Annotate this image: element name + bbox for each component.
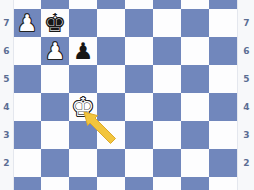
square-e2[interactable] xyxy=(125,149,153,177)
rank-label-left-4: 4 xyxy=(0,93,13,121)
square-e7[interactable] xyxy=(125,9,153,37)
white-king[interactable]: ♚ xyxy=(71,94,94,120)
square-g8[interactable] xyxy=(181,0,209,9)
rank-label-left-6: 6 xyxy=(0,37,13,65)
white-pawn[interactable]: ♟ xyxy=(17,12,38,35)
square-b1[interactable] xyxy=(41,177,69,190)
square-e8[interactable] xyxy=(125,0,153,9)
square-c7[interactable] xyxy=(69,9,97,37)
rank-label-right-6: 6 xyxy=(238,37,254,65)
square-h6[interactable] xyxy=(209,37,237,65)
square-g6[interactable] xyxy=(181,37,209,65)
square-a4[interactable] xyxy=(13,93,41,121)
square-e5[interactable] xyxy=(125,65,153,93)
square-f1[interactable] xyxy=(153,177,181,190)
square-b2[interactable] xyxy=(41,149,69,177)
rank-labels-right-margin: 765432 xyxy=(237,0,254,190)
square-e6[interactable] xyxy=(125,37,153,65)
rank-label-right-5: 5 xyxy=(238,65,254,93)
square-d2[interactable] xyxy=(97,149,125,177)
square-f3[interactable] xyxy=(153,121,181,149)
square-f6[interactable] xyxy=(153,37,181,65)
rank-label-left-3: 3 xyxy=(0,121,13,149)
square-c3[interactable] xyxy=(69,121,97,149)
rank-label-left-7: 7 xyxy=(0,9,13,37)
square-h7[interactable] xyxy=(209,9,237,37)
square-e3[interactable] xyxy=(125,121,153,149)
square-a5[interactable] xyxy=(13,65,41,93)
rank-label-right-3: 3 xyxy=(238,121,254,149)
square-h4[interactable] xyxy=(209,93,237,121)
square-c2[interactable] xyxy=(69,149,97,177)
square-h2[interactable] xyxy=(209,149,237,177)
square-g3[interactable] xyxy=(181,121,209,149)
square-f8[interactable] xyxy=(153,0,181,9)
square-a1[interactable] xyxy=(13,177,41,190)
square-g5[interactable] xyxy=(181,65,209,93)
square-d7[interactable] xyxy=(97,9,125,37)
square-d4[interactable] xyxy=(97,93,125,121)
square-c4[interactable]: ♚ xyxy=(69,93,97,121)
square-c6[interactable]: ♟ xyxy=(69,37,97,65)
square-a2[interactable] xyxy=(13,149,41,177)
rank-label-right-7: 7 xyxy=(238,9,254,37)
black-king[interactable]: ♚ xyxy=(43,10,66,36)
square-c8[interactable] xyxy=(69,0,97,9)
chess-diagram: ♟♚♟♟♚ 765432 765432 xyxy=(0,0,254,190)
square-f2[interactable] xyxy=(153,149,181,177)
square-f4[interactable] xyxy=(153,93,181,121)
square-d8[interactable] xyxy=(97,0,125,9)
square-d3[interactable] xyxy=(97,121,125,149)
black-pawn[interactable]: ♟ xyxy=(73,40,94,63)
square-b5[interactable] xyxy=(41,65,69,93)
rank-label-right-2: 2 xyxy=(238,149,254,177)
board: ♟♚♟♟♚ xyxy=(13,0,237,190)
square-d6[interactable] xyxy=(97,37,125,65)
square-g4[interactable] xyxy=(181,93,209,121)
square-e1[interactable] xyxy=(125,177,153,190)
square-e4[interactable] xyxy=(125,93,153,121)
square-f7[interactable] xyxy=(153,9,181,37)
square-d5[interactable] xyxy=(97,65,125,93)
square-g7[interactable] xyxy=(181,9,209,37)
square-d1[interactable] xyxy=(97,177,125,190)
square-h3[interactable] xyxy=(209,121,237,149)
square-b3[interactable] xyxy=(41,121,69,149)
rank-label-left-2: 2 xyxy=(0,149,13,177)
square-h8[interactable] xyxy=(209,0,237,9)
rank-labels-left-margin: 765432 xyxy=(0,0,14,190)
square-g1[interactable] xyxy=(181,177,209,190)
square-a6[interactable] xyxy=(13,37,41,65)
square-b4[interactable] xyxy=(41,93,69,121)
square-a8[interactable] xyxy=(13,0,41,9)
square-a7[interactable]: ♟ xyxy=(13,9,41,37)
square-b7[interactable]: ♚ xyxy=(41,9,69,37)
square-a3[interactable] xyxy=(13,121,41,149)
square-c5[interactable] xyxy=(69,65,97,93)
square-h1[interactable] xyxy=(209,177,237,190)
rank-label-left-5: 5 xyxy=(0,65,13,93)
square-b6[interactable]: ♟ xyxy=(41,37,69,65)
square-h5[interactable] xyxy=(209,65,237,93)
square-c1[interactable] xyxy=(69,177,97,190)
square-f5[interactable] xyxy=(153,65,181,93)
square-g2[interactable] xyxy=(181,149,209,177)
white-pawn[interactable]: ♟ xyxy=(45,40,66,63)
rank-label-right-4: 4 xyxy=(238,93,254,121)
